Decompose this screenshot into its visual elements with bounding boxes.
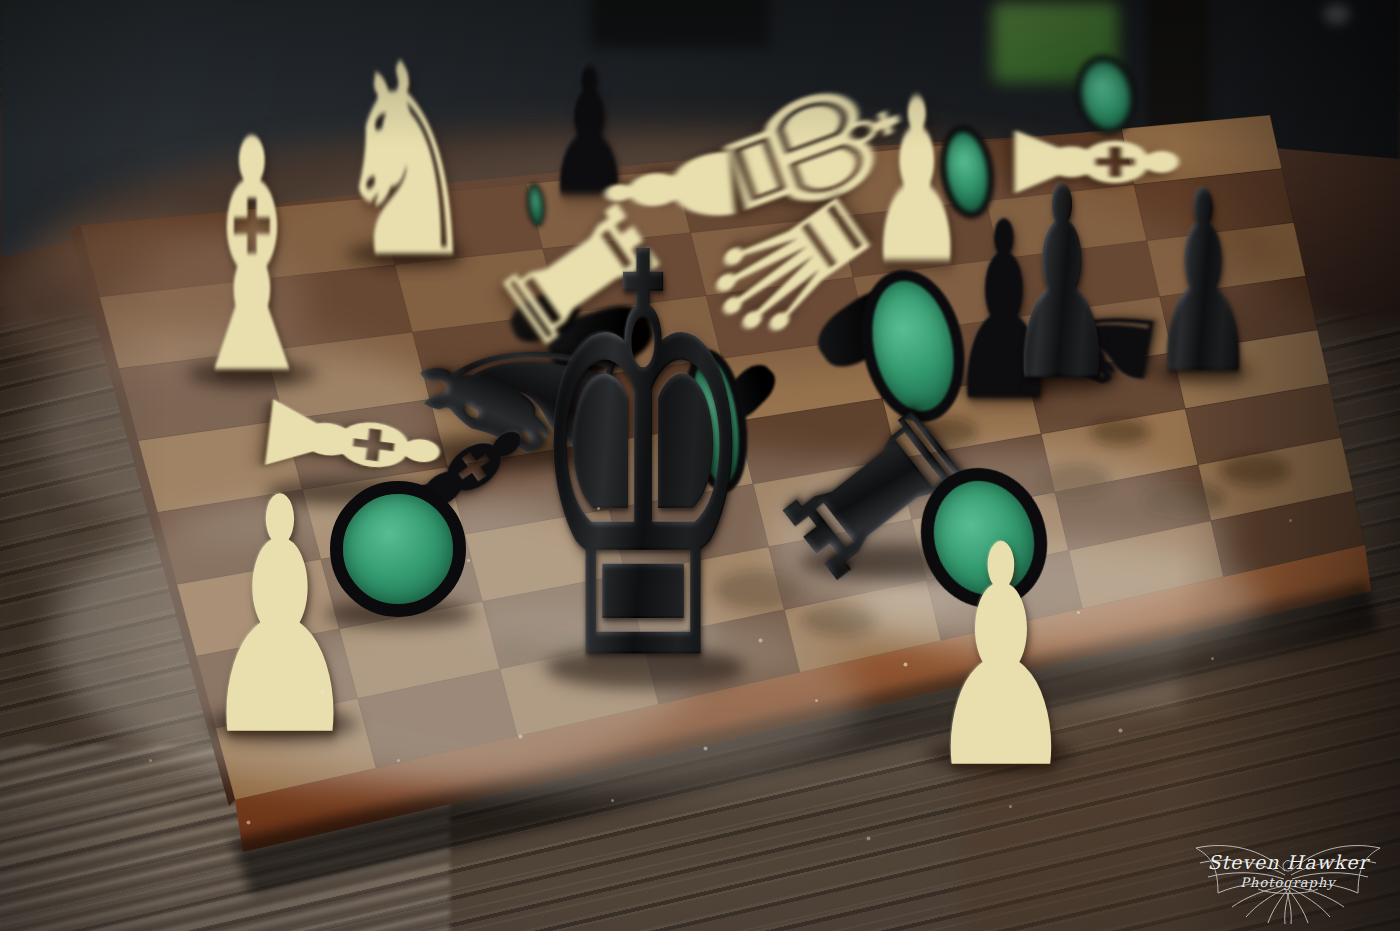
square-c4 bbox=[448, 444, 610, 534]
square-e3 bbox=[753, 459, 912, 547]
piece-shadow-3 bbox=[187, 361, 317, 387]
dust-free-ring-6 bbox=[1220, 454, 1290, 486]
square-g5 bbox=[1014, 297, 1173, 376]
table-warm-patch bbox=[960, 620, 1400, 931]
square-f6 bbox=[853, 259, 1014, 338]
white-king-fallen-pile: ♚ bbox=[676, 46, 947, 253]
background-green-box bbox=[993, 2, 1118, 82]
square-e6 bbox=[706, 277, 868, 358]
square-b8 bbox=[229, 198, 395, 281]
dust-free-ring-7 bbox=[802, 604, 878, 636]
background-wall bbox=[0, 0, 1400, 324]
piece-shadow-1 bbox=[207, 709, 357, 739]
black-bishop-body-right bbox=[807, 278, 916, 378]
square-e1 bbox=[784, 580, 941, 672]
square-c8 bbox=[378, 184, 543, 265]
square-e8 bbox=[675, 156, 838, 233]
felt-pile-top-right bbox=[1070, 50, 1143, 139]
black-pawn-right-front: ♟ bbox=[1005, 153, 1119, 418]
square-a7 bbox=[99, 281, 265, 369]
piece-shadow-8 bbox=[415, 435, 605, 469]
wings-icon bbox=[1182, 833, 1394, 929]
square-g1 bbox=[1069, 521, 1224, 609]
square-f2 bbox=[912, 492, 1069, 580]
square-a5 bbox=[138, 420, 302, 512]
square-a3 bbox=[177, 559, 340, 656]
white-pawn-left-standing: ♟ bbox=[200, 456, 360, 781]
square-c5 bbox=[430, 379, 593, 467]
dust-patch-6 bbox=[0, 220, 310, 380]
black-pawn-body-behind-king bbox=[713, 357, 782, 426]
board-front-edge bbox=[235, 545, 1371, 852]
square-e5 bbox=[722, 338, 883, 421]
white-queen-fallen-pile: ♛ bbox=[668, 151, 916, 377]
square-b3 bbox=[321, 534, 483, 629]
square-b5 bbox=[284, 400, 447, 490]
square-f5 bbox=[868, 317, 1028, 398]
square-b7 bbox=[247, 265, 412, 351]
square-d1 bbox=[642, 610, 800, 705]
square-h8 bbox=[1121, 115, 1282, 185]
dust-free-ring-1 bbox=[1141, 481, 1225, 519]
watermark: Steven Hawker Photography bbox=[1182, 833, 1394, 929]
black-pile-stub-1 bbox=[541, 296, 659, 384]
square-f1 bbox=[927, 550, 1083, 640]
piece-shadow-2 bbox=[925, 739, 1075, 769]
square-h2 bbox=[1198, 438, 1353, 521]
square-h1 bbox=[1211, 491, 1365, 577]
square-g3 bbox=[1041, 409, 1198, 492]
white-pawn-fallen-pile: ♟ bbox=[581, 133, 764, 242]
dust-patch-2 bbox=[770, 445, 1230, 635]
background-dark-shape bbox=[590, 0, 770, 48]
black-pawn-right-far: ♟ bbox=[1149, 159, 1257, 409]
square-g7 bbox=[986, 185, 1147, 259]
square-a6 bbox=[119, 350, 284, 440]
white-bishop-fallen-right: ♝ bbox=[980, 101, 1205, 222]
dust-patch-0 bbox=[50, 490, 710, 790]
square-c1 bbox=[500, 639, 659, 736]
dust-free-ring-5 bbox=[500, 625, 590, 665]
black-knight-fallen-center: ♞ bbox=[371, 276, 662, 508]
square-h3 bbox=[1185, 384, 1341, 465]
board-left-edge bbox=[70, 225, 235, 806]
square-e2 bbox=[769, 520, 927, 610]
dust-free-ring-2 bbox=[918, 417, 978, 447]
square-d5 bbox=[576, 358, 738, 444]
square-b1 bbox=[358, 669, 518, 768]
black-pawn-right-mid: ♟ bbox=[949, 190, 1059, 435]
square-g4 bbox=[1028, 353, 1186, 434]
background-far-table bbox=[0, 108, 1400, 318]
piece-shadow-9 bbox=[325, 601, 475, 627]
dust-patch-3 bbox=[40, 320, 440, 540]
square-d6 bbox=[559, 296, 722, 379]
white-knight-standing: ♞ bbox=[332, 30, 479, 295]
square-a8 bbox=[80, 211, 247, 297]
felt-pile-left-sliver bbox=[525, 182, 548, 228]
felt-black-rook-front bbox=[901, 450, 1066, 626]
dust-specks bbox=[0, 0, 1, 1]
felt-black-bishop-left bbox=[330, 481, 466, 617]
table-wood bbox=[0, 0, 1400, 931]
square-b4 bbox=[303, 467, 466, 559]
square-c2 bbox=[483, 574, 643, 669]
square-f3 bbox=[897, 434, 1055, 520]
square-c6 bbox=[413, 314, 576, 400]
white-bishop-fallen-left: ♝ bbox=[226, 365, 475, 519]
square-d3 bbox=[609, 484, 769, 574]
square-f8 bbox=[824, 143, 987, 217]
background-chair-leg bbox=[1146, 0, 1210, 150]
piece-shadow-4 bbox=[346, 242, 466, 266]
black-king-standing: ♚ bbox=[529, 185, 758, 740]
square-c7 bbox=[395, 249, 559, 332]
dust-patch-8 bbox=[0, 140, 1400, 800]
white-pawn-standing-pile: ♟ bbox=[867, 70, 968, 295]
square-b2 bbox=[339, 602, 500, 699]
dust-patch-7 bbox=[860, 540, 1260, 660]
black-pile-stub-2 bbox=[504, 282, 585, 350]
square-g2 bbox=[1055, 465, 1211, 551]
square-g8 bbox=[973, 129, 1135, 201]
piece-shadow-6 bbox=[1153, 362, 1253, 382]
square-h4 bbox=[1173, 330, 1330, 409]
black-bishop-fallen-left: ♝ bbox=[346, 376, 571, 581]
piece-shadow-5 bbox=[1007, 369, 1117, 391]
square-f4 bbox=[883, 376, 1042, 459]
square-e4 bbox=[738, 398, 898, 484]
table-dust-band bbox=[660, 610, 1180, 710]
black-pawn-back-standing: ♟ bbox=[546, 45, 632, 220]
photograph: ♝♞♟♟♝♜♚♛♟♟♝♚♟♟♟♟♞♞♜♝ bbox=[0, 0, 1400, 931]
square-e7 bbox=[691, 217, 854, 296]
square-a2 bbox=[196, 629, 358, 728]
dust-free-ring-0 bbox=[1039, 464, 1111, 500]
white-pawn-right-standing: ♟ bbox=[926, 506, 1076, 811]
felt-black-bishop-right bbox=[848, 260, 978, 431]
board-cast-shadow bbox=[231, 581, 1379, 896]
piece-shadow-0 bbox=[545, 647, 745, 689]
felt-white-piece-right bbox=[934, 122, 1001, 223]
black-knight-fallen-right: ♞ bbox=[1001, 277, 1183, 415]
table-gray-grain bbox=[0, 745, 450, 931]
dust-patch-4 bbox=[260, 610, 860, 790]
dust-patch-5 bbox=[40, 125, 1280, 375]
watermark-name: Steven Hawker bbox=[1182, 851, 1394, 873]
square-d7 bbox=[543, 233, 706, 314]
square-h6 bbox=[1147, 223, 1306, 297]
square-h7 bbox=[1134, 169, 1294, 241]
square-h5 bbox=[1160, 276, 1318, 353]
square-d2 bbox=[626, 547, 785, 639]
watermark-sub: Photography bbox=[1182, 875, 1394, 890]
square-d8 bbox=[526, 170, 690, 249]
square-b6 bbox=[266, 332, 430, 420]
white-rook-fallen-pile: ♜ bbox=[466, 173, 690, 380]
background-light-spot bbox=[1324, 4, 1350, 24]
vignette-overlay bbox=[0, 0, 1400, 931]
black-rook-fallen-front: ♜ bbox=[746, 367, 1010, 617]
square-d4 bbox=[593, 421, 754, 509]
square-c3 bbox=[465, 509, 626, 601]
piece-shadow-7 bbox=[800, 544, 1000, 580]
dust-free-ring-4 bbox=[715, 570, 805, 610]
square-g6 bbox=[1000, 241, 1160, 318]
chess-board bbox=[0, 0, 1400, 931]
square-a1 bbox=[216, 699, 377, 800]
piece-shadow-11 bbox=[954, 376, 1054, 396]
dust-patch-1 bbox=[420, 450, 980, 670]
piece-shadow-10 bbox=[265, 479, 435, 505]
square-a4 bbox=[158, 490, 321, 585]
dust-free-ring-3 bbox=[1090, 418, 1150, 446]
square-f7 bbox=[838, 201, 1000, 278]
white-bishop-standing: ♝ bbox=[180, 98, 323, 418]
felt-black-pawn-behind-king bbox=[676, 346, 755, 497]
